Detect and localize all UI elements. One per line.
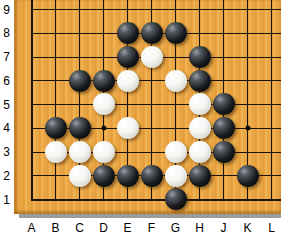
- stone-white-D5: [93, 93, 115, 115]
- row-label-8: 8: [0, 27, 13, 39]
- stone-black-H7: [189, 46, 211, 68]
- row-label-6: 6: [0, 75, 13, 87]
- stones-grid: [20, 0, 282, 211]
- stone-white-B3: [45, 141, 67, 163]
- stone-black-C6: [69, 70, 91, 92]
- stone-white-G3: [165, 141, 187, 163]
- col-label-D: D: [97, 222, 111, 234]
- col-label-G: G: [169, 222, 183, 234]
- stone-black-E8: [117, 22, 139, 44]
- row-label-7: 7: [0, 51, 13, 63]
- stone-black-E2: [117, 165, 139, 187]
- col-label-E: E: [121, 222, 135, 234]
- col-label-J: J: [217, 222, 231, 234]
- stone-black-G8: [165, 22, 187, 44]
- row-label-1: 1: [0, 194, 13, 206]
- row-label-4: 4: [0, 122, 13, 134]
- row-label-9: 9: [0, 4, 13, 16]
- stone-black-H2: [189, 165, 211, 187]
- stone-black-D2: [93, 165, 115, 187]
- stone-white-G6: [165, 70, 187, 92]
- stone-black-E7: [117, 46, 139, 68]
- stone-white-E6: [117, 70, 139, 92]
- stone-black-K2: [237, 165, 259, 187]
- col-label-A: A: [25, 222, 39, 234]
- stone-white-F7: [141, 46, 163, 68]
- stone-white-C2: [69, 165, 91, 187]
- stone-black-H6: [189, 70, 211, 92]
- stone-black-C4: [69, 117, 91, 139]
- row-label-5: 5: [0, 99, 13, 111]
- stone-black-D6: [93, 70, 115, 92]
- col-label-F: F: [145, 222, 159, 234]
- row-label-2: 2: [0, 170, 13, 182]
- stone-white-D3: [93, 141, 115, 163]
- stone-black-B4: [45, 117, 67, 139]
- stone-black-J3: [213, 141, 235, 163]
- row-label-3: 3: [0, 146, 13, 158]
- stone-black-F8: [141, 22, 163, 44]
- stone-black-G1: [165, 188, 187, 210]
- stone-black-J5: [213, 93, 235, 115]
- col-label-K: K: [241, 222, 255, 234]
- stone-white-H5: [189, 93, 211, 115]
- col-label-L: L: [265, 222, 279, 234]
- stone-white-G2: [165, 165, 187, 187]
- stone-white-H3: [189, 141, 211, 163]
- stone-white-C3: [69, 141, 91, 163]
- stone-white-E4: [117, 117, 139, 139]
- board-edge-shadow: [19, 214, 281, 218]
- go-board-diagram: 987654321 ABCDEFGHJKL: [0, 0, 281, 236]
- col-label-B: B: [49, 222, 63, 234]
- col-label-C: C: [73, 222, 87, 234]
- stone-black-F2: [141, 165, 163, 187]
- stone-white-H4: [189, 117, 211, 139]
- col-label-H: H: [193, 222, 207, 234]
- stone-black-J4: [213, 117, 235, 139]
